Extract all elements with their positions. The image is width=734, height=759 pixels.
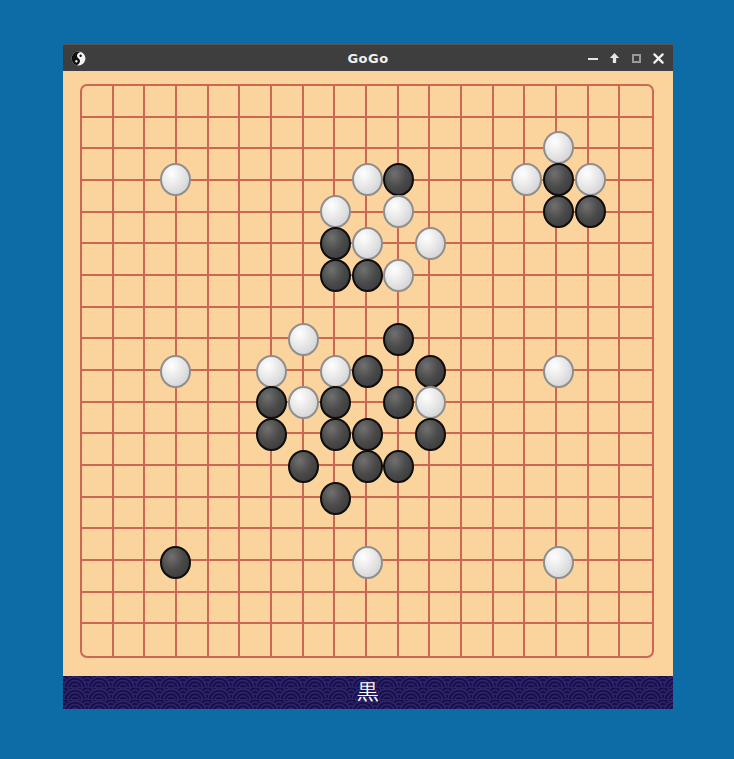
board-intersection-cell[interactable] [114,593,146,625]
board-intersection-cell[interactable] [367,593,399,625]
board-intersection-cell[interactable] [272,244,304,276]
board-intersection-cell[interactable] [430,466,462,498]
board-intersection-cell[interactable] [589,86,621,118]
board-intersection-cell[interactable] [304,308,336,340]
board-intersection-cell[interactable] [209,529,241,561]
board-intersection-cell[interactable] [525,624,557,656]
board-intersection-cell[interactable] [82,434,114,466]
board-intersection-cell[interactable] [82,244,114,276]
board-intersection-cell[interactable] [367,529,399,561]
maximize-button[interactable] [630,52,643,65]
board-intersection-cell[interactable] [145,149,177,181]
board-intersection-cell[interactable] [462,434,494,466]
board-intersection-cell[interactable] [304,149,336,181]
board-intersection-cell[interactable] [589,466,621,498]
board-intersection-cell[interactable] [430,339,462,371]
board-intersection-cell[interactable] [114,118,146,150]
board-intersection-cell[interactable] [177,213,209,245]
board-intersection-cell[interactable] [177,86,209,118]
board-intersection-cell[interactable] [177,118,209,150]
board-intersection-cell[interactable] [272,529,304,561]
board-intersection-cell[interactable] [589,593,621,625]
board-intersection-cell[interactable] [620,593,652,625]
board-intersection-cell[interactable] [399,371,431,403]
board-intersection-cell[interactable] [82,561,114,593]
board-intersection-cell[interactable] [525,466,557,498]
board-intersection-cell[interactable] [145,371,177,403]
board-intersection-cell[interactable] [494,371,526,403]
board-intersection-cell[interactable] [145,276,177,308]
board-intersection-cell[interactable] [399,86,431,118]
board-intersection-cell[interactable] [209,593,241,625]
board-intersection-cell[interactable] [462,593,494,625]
board-intersection-cell[interactable] [462,308,494,340]
board-intersection-cell[interactable] [304,118,336,150]
board-intersection-cell[interactable] [620,213,652,245]
board-intersection-cell[interactable] [430,149,462,181]
board-intersection-cell[interactable] [462,529,494,561]
board-intersection-cell[interactable] [589,181,621,213]
board-intersection-cell[interactable] [367,213,399,245]
board-intersection-cell[interactable] [335,86,367,118]
board-intersection-cell[interactable] [335,561,367,593]
board-intersection-cell[interactable] [209,118,241,150]
board-intersection-cell[interactable] [589,213,621,245]
close-button[interactable] [652,52,665,65]
board-intersection-cell[interactable] [430,213,462,245]
board-intersection-cell[interactable] [145,308,177,340]
board-intersection-cell[interactable] [525,529,557,561]
board-intersection-cell[interactable] [525,213,557,245]
board-intersection-cell[interactable] [114,403,146,435]
board-intersection-cell[interactable] [335,276,367,308]
board-intersection-cell[interactable] [589,149,621,181]
board-intersection-cell[interactable] [304,561,336,593]
board-intersection-cell[interactable] [114,149,146,181]
board-intersection-cell[interactable] [430,244,462,276]
board-intersection-cell[interactable] [209,561,241,593]
board-intersection-cell[interactable] [82,86,114,118]
board-intersection-cell[interactable] [272,276,304,308]
board-intersection-cell[interactable] [114,339,146,371]
board-intersection-cell[interactable] [272,624,304,656]
board-intersection-cell[interactable] [114,498,146,530]
board-intersection-cell[interactable] [399,434,431,466]
board-intersection-cell[interactable] [82,339,114,371]
board-intersection-cell[interactable] [620,118,652,150]
board-intersection-cell[interactable] [589,403,621,435]
board-intersection-cell[interactable] [367,624,399,656]
board-intersection-cell[interactable] [240,498,272,530]
board-intersection-cell[interactable] [462,561,494,593]
board-intersection-cell[interactable] [525,118,557,150]
board-intersection-cell[interactable] [399,149,431,181]
board-intersection-cell[interactable] [525,403,557,435]
board-intersection-cell[interactable] [557,529,589,561]
board-intersection-cell[interactable] [494,624,526,656]
board-intersection-cell[interactable] [557,118,589,150]
board-intersection-cell[interactable] [525,339,557,371]
board-intersection-cell[interactable] [494,529,526,561]
board-intersection-cell[interactable] [272,339,304,371]
board-intersection-cell[interactable] [145,561,177,593]
board-intersection-cell[interactable] [620,498,652,530]
board-intersection-cell[interactable] [589,371,621,403]
board-intersection-cell[interactable] [82,593,114,625]
board-intersection-cell[interactable] [335,308,367,340]
board-intersection-cell[interactable] [145,86,177,118]
board-intersection-cell[interactable] [272,434,304,466]
board-intersection-cell[interactable] [399,403,431,435]
restore-up-button[interactable] [608,52,621,65]
board-intersection-cell[interactable] [335,498,367,530]
board-intersection-cell[interactable] [304,371,336,403]
board-intersection-cell[interactable] [209,498,241,530]
board-intersection-cell[interactable] [209,624,241,656]
board-intersection-cell[interactable] [240,213,272,245]
board-intersection-cell[interactable] [557,371,589,403]
board-intersection-cell[interactable] [399,213,431,245]
board-intersection-cell[interactable] [82,118,114,150]
board-intersection-cell[interactable] [494,498,526,530]
board-intersection-cell[interactable] [114,529,146,561]
board-intersection-cell[interactable] [589,308,621,340]
board-intersection-cell[interactable] [272,86,304,118]
board-intersection-cell[interactable] [620,561,652,593]
board-intersection-cell[interactable] [304,466,336,498]
board-intersection-cell[interactable] [589,434,621,466]
board-intersection-cell[interactable] [367,498,399,530]
board-intersection-cell[interactable] [525,434,557,466]
board-intersection-cell[interactable] [557,181,589,213]
board-intersection-cell[interactable] [430,498,462,530]
board-intersection-cell[interactable] [240,434,272,466]
board-intersection-cell[interactable] [367,339,399,371]
board-intersection-cell[interactable] [494,181,526,213]
board-intersection-cell[interactable] [177,529,209,561]
board-intersection-cell[interactable] [82,213,114,245]
board-intersection-cell[interactable] [430,434,462,466]
board-intersection-cell[interactable] [620,86,652,118]
board-intersection-cell[interactable] [589,498,621,530]
board-intersection-cell[interactable] [430,561,462,593]
board-intersection-cell[interactable] [272,466,304,498]
board-intersection-cell[interactable] [145,181,177,213]
board-intersection-cell[interactable] [494,276,526,308]
board-intersection-cell[interactable] [620,181,652,213]
board-intersection-cell[interactable] [240,624,272,656]
board-intersection-cell[interactable] [335,149,367,181]
board-intersection-cell[interactable] [304,593,336,625]
board-intersection-cell[interactable] [367,149,399,181]
board-intersection-cell[interactable] [114,308,146,340]
board-intersection-cell[interactable] [494,593,526,625]
board-intersection-cell[interactable] [525,371,557,403]
board-intersection-cell[interactable] [494,308,526,340]
board-intersection-cell[interactable] [209,213,241,245]
board-intersection-cell[interactable] [525,561,557,593]
board-intersection-cell[interactable] [177,624,209,656]
board-intersection-cell[interactable] [620,244,652,276]
board-intersection-cell[interactable] [589,624,621,656]
board-intersection-cell[interactable] [430,529,462,561]
board-intersection-cell[interactable] [557,276,589,308]
board-intersection-cell[interactable] [304,403,336,435]
board-intersection-cell[interactable] [525,149,557,181]
board-intersection-cell[interactable] [335,339,367,371]
board-intersection-cell[interactable] [240,86,272,118]
board-intersection-cell[interactable] [589,244,621,276]
board-intersection-cell[interactable] [177,308,209,340]
board-intersection-cell[interactable] [399,244,431,276]
board-intersection-cell[interactable] [177,181,209,213]
board-intersection-cell[interactable] [304,529,336,561]
board-intersection-cell[interactable] [272,498,304,530]
board-intersection-cell[interactable] [367,561,399,593]
board-intersection-cell[interactable] [430,276,462,308]
board-intersection-cell[interactable] [240,149,272,181]
board-intersection-cell[interactable] [620,403,652,435]
board-intersection-cell[interactable] [494,244,526,276]
board-intersection-cell[interactable] [145,624,177,656]
board-intersection-cell[interactable] [367,276,399,308]
board-intersection-cell[interactable] [240,403,272,435]
board-intersection-cell[interactable] [177,403,209,435]
board-intersection-cell[interactable] [620,371,652,403]
board-intersection-cell[interactable] [462,244,494,276]
board-intersection-cell[interactable] [240,561,272,593]
board-intersection-cell[interactable] [240,466,272,498]
board-intersection-cell[interactable] [177,498,209,530]
board-intersection-cell[interactable] [430,624,462,656]
board-intersection-cell[interactable] [145,593,177,625]
board-intersection-cell[interactable] [557,308,589,340]
board-intersection-cell[interactable] [367,403,399,435]
board-intersection-cell[interactable] [367,181,399,213]
board-intersection-cell[interactable] [304,213,336,245]
board-intersection-cell[interactable] [177,561,209,593]
board-intersection-cell[interactable] [462,276,494,308]
board-intersection-cell[interactable] [430,118,462,150]
board-intersection-cell[interactable] [209,244,241,276]
board-intersection-cell[interactable] [557,624,589,656]
board-intersection-cell[interactable] [557,466,589,498]
board-intersection-cell[interactable] [430,181,462,213]
board-intersection-cell[interactable] [82,466,114,498]
board-intersection-cell[interactable] [240,593,272,625]
board-intersection-cell[interactable] [82,308,114,340]
board-intersection-cell[interactable] [620,466,652,498]
board-intersection-cell[interactable] [557,149,589,181]
board-intersection-cell[interactable] [557,403,589,435]
board-intersection-cell[interactable] [209,466,241,498]
board-intersection-cell[interactable] [399,593,431,625]
board-intersection-cell[interactable] [177,593,209,625]
board-intersection-cell[interactable] [462,86,494,118]
board-intersection-cell[interactable] [430,593,462,625]
board-intersection-cell[interactable] [430,403,462,435]
board-intersection-cell[interactable] [114,86,146,118]
board-intersection-cell[interactable] [335,181,367,213]
board-intersection-cell[interactable] [399,498,431,530]
board-intersection-cell[interactable] [335,624,367,656]
board-intersection-cell[interactable] [557,593,589,625]
board-intersection-cell[interactable] [494,118,526,150]
board-intersection-cell[interactable] [209,181,241,213]
board-intersection-cell[interactable] [304,434,336,466]
board-intersection-cell[interactable] [620,624,652,656]
board-intersection-cell[interactable] [272,181,304,213]
board-intersection-cell[interactable] [145,498,177,530]
board-intersection-cell[interactable] [82,149,114,181]
board-intersection-cell[interactable] [525,276,557,308]
board-intersection-cell[interactable] [82,529,114,561]
board-intersection-cell[interactable] [335,593,367,625]
board-intersection-cell[interactable] [494,149,526,181]
board-intersection-cell[interactable] [525,593,557,625]
board-intersection-cell[interactable] [304,498,336,530]
board-intersection-cell[interactable] [589,339,621,371]
board-intersection-cell[interactable] [209,149,241,181]
board-intersection-cell[interactable] [209,86,241,118]
board-intersection-cell[interactable] [557,86,589,118]
board-intersection-cell[interactable] [399,561,431,593]
board-intersection-cell[interactable] [589,561,621,593]
board-intersection-cell[interactable] [272,213,304,245]
board-intersection-cell[interactable] [399,118,431,150]
board-intersection-cell[interactable] [462,403,494,435]
board-intersection-cell[interactable] [335,244,367,276]
board-intersection-cell[interactable] [589,276,621,308]
board-intersection-cell[interactable] [367,466,399,498]
titlebar[interactable]: GoGo [63,44,673,71]
board-intersection-cell[interactable] [367,86,399,118]
board-intersection-cell[interactable] [335,213,367,245]
board-intersection-cell[interactable] [462,624,494,656]
board-intersection-cell[interactable] [240,308,272,340]
board-intersection-cell[interactable] [399,181,431,213]
board-intersection-cell[interactable] [589,529,621,561]
board-intersection-cell[interactable] [240,529,272,561]
board-intersection-cell[interactable] [620,276,652,308]
board-intersection-cell[interactable] [177,466,209,498]
board-intersection-cell[interactable] [462,118,494,150]
board-intersection-cell[interactable] [82,371,114,403]
board-intersection-cell[interactable] [209,339,241,371]
board-intersection-cell[interactable] [145,213,177,245]
board-intersection-cell[interactable] [494,339,526,371]
board-intersection-cell[interactable] [494,434,526,466]
board-intersection-cell[interactable] [177,276,209,308]
board-intersection-cell[interactable] [430,371,462,403]
board-intersection-cell[interactable] [114,561,146,593]
board-intersection-cell[interactable] [82,403,114,435]
board-intersection-cell[interactable] [82,624,114,656]
board-intersection-cell[interactable] [114,181,146,213]
board-intersection-cell[interactable] [304,86,336,118]
board-intersection-cell[interactable] [399,308,431,340]
minimize-button[interactable] [586,52,599,65]
board-intersection-cell[interactable] [209,403,241,435]
board-intersection-cell[interactable] [494,561,526,593]
board-intersection-cell[interactable] [367,118,399,150]
board-intersection-cell[interactable] [114,213,146,245]
board-intersection-cell[interactable] [399,339,431,371]
board-intersection-cell[interactable] [82,276,114,308]
board-intersection-cell[interactable] [177,244,209,276]
board-intersection-cell[interactable] [177,434,209,466]
board-intersection-cell[interactable] [462,466,494,498]
board-intersection-cell[interactable] [209,371,241,403]
board-intersection-cell[interactable] [272,118,304,150]
board-intersection-cell[interactable] [145,466,177,498]
board-intersection-cell[interactable] [430,86,462,118]
board-intersection-cell[interactable] [272,561,304,593]
board-intersection-cell[interactable] [335,434,367,466]
board-intersection-cell[interactable] [589,118,621,150]
board-intersection-cell[interactable] [430,308,462,340]
board-intersection-cell[interactable] [304,276,336,308]
board-intersection-cell[interactable] [240,339,272,371]
board-intersection-cell[interactable] [367,434,399,466]
board-intersection-cell[interactable] [145,339,177,371]
board-intersection-cell[interactable] [620,529,652,561]
board-intersection-cell[interactable] [494,86,526,118]
board-intersection-cell[interactable] [367,308,399,340]
board-intersection-cell[interactable] [209,276,241,308]
board-intersection-cell[interactable] [525,244,557,276]
board-intersection-cell[interactable] [557,213,589,245]
board-intersection-cell[interactable] [114,624,146,656]
board-intersection-cell[interactable] [462,498,494,530]
board-intersection-cell[interactable] [240,276,272,308]
board-intersection-cell[interactable] [240,244,272,276]
board-intersection-cell[interactable] [525,308,557,340]
board-intersection-cell[interactable] [145,434,177,466]
board-intersection-cell[interactable] [620,339,652,371]
board-intersection-cell[interactable] [114,371,146,403]
board-intersection-cell[interactable] [177,149,209,181]
board-intersection-cell[interactable] [145,244,177,276]
board-intersection-cell[interactable] [462,371,494,403]
board-intersection-cell[interactable] [494,213,526,245]
board-intersection-cell[interactable] [272,593,304,625]
board-intersection-cell[interactable] [209,308,241,340]
board-intersection-cell[interactable] [82,498,114,530]
board-intersection-cell[interactable] [557,244,589,276]
board-intersection-cell[interactable] [240,118,272,150]
board-intersection-cell[interactable] [335,466,367,498]
board-intersection-cell[interactable] [272,308,304,340]
board-intersection-cell[interactable] [82,181,114,213]
board-intersection-cell[interactable] [367,244,399,276]
board-intersection-cell[interactable] [114,466,146,498]
board-intersection-cell[interactable] [145,529,177,561]
board-intersection-cell[interactable] [494,466,526,498]
board-intersection-cell[interactable] [557,561,589,593]
board-intersection-cell[interactable] [462,149,494,181]
board-intersection-cell[interactable] [114,276,146,308]
board-intersection-cell[interactable] [557,434,589,466]
board-intersection-cell[interactable] [177,339,209,371]
board-intersection-cell[interactable] [620,149,652,181]
board-intersection-cell[interactable] [304,339,336,371]
board-intersection-cell[interactable] [399,624,431,656]
board-intersection-cell[interactable] [145,403,177,435]
board-intersection-cell[interactable] [462,213,494,245]
board-intersection-cell[interactable] [494,403,526,435]
board-intersection-cell[interactable] [399,466,431,498]
